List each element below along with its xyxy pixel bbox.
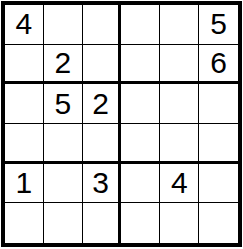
sudoku-board: 452652134 xyxy=(1,1,242,247)
cell-r4c2[interactable] xyxy=(44,124,83,164)
cell-r3c3[interactable]: 2 xyxy=(83,84,122,124)
cell-r1c5[interactable] xyxy=(160,5,199,45)
cell-r5c3[interactable]: 3 xyxy=(83,164,122,204)
cell-r6c4[interactable] xyxy=(121,203,160,243)
cell-r6c1[interactable] xyxy=(5,203,44,243)
cell-r4c6[interactable] xyxy=(199,124,238,164)
cell-r6c5[interactable] xyxy=(160,203,199,243)
cell-r3c4[interactable] xyxy=(121,84,160,124)
cell-r2c6[interactable]: 6 xyxy=(199,45,238,85)
cell-r3c5[interactable] xyxy=(160,84,199,124)
cell-r2c5[interactable] xyxy=(160,45,199,85)
cell-r5c2[interactable] xyxy=(44,164,83,204)
cell-r4c5[interactable] xyxy=(160,124,199,164)
cell-r1c1[interactable]: 4 xyxy=(5,5,44,45)
cell-r1c2[interactable] xyxy=(44,5,83,45)
sudoku-stage: 452652134 xyxy=(0,0,243,249)
cell-r5c4[interactable] xyxy=(121,164,160,204)
cell-r4c4[interactable] xyxy=(121,124,160,164)
cell-r2c2[interactable]: 2 xyxy=(44,45,83,85)
cell-r3c2[interactable]: 5 xyxy=(44,84,83,124)
cell-r4c3[interactable] xyxy=(83,124,122,164)
cell-r6c2[interactable] xyxy=(44,203,83,243)
cell-r1c6[interactable]: 5 xyxy=(199,5,238,45)
cell-r1c4[interactable] xyxy=(121,5,160,45)
cell-r6c6[interactable] xyxy=(199,203,238,243)
cell-r3c6[interactable] xyxy=(199,84,238,124)
cell-r2c3[interactable] xyxy=(83,45,122,85)
cell-r5c1[interactable]: 1 xyxy=(5,164,44,204)
cell-r4c1[interactable] xyxy=(5,124,44,164)
cell-r6c3[interactable] xyxy=(83,203,122,243)
cell-r3c1[interactable] xyxy=(5,84,44,124)
cell-r5c6[interactable] xyxy=(199,164,238,204)
cell-r2c1[interactable] xyxy=(5,45,44,85)
cell-r1c3[interactable] xyxy=(83,5,122,45)
cell-r2c4[interactable] xyxy=(121,45,160,85)
cell-r5c5[interactable]: 4 xyxy=(160,164,199,204)
